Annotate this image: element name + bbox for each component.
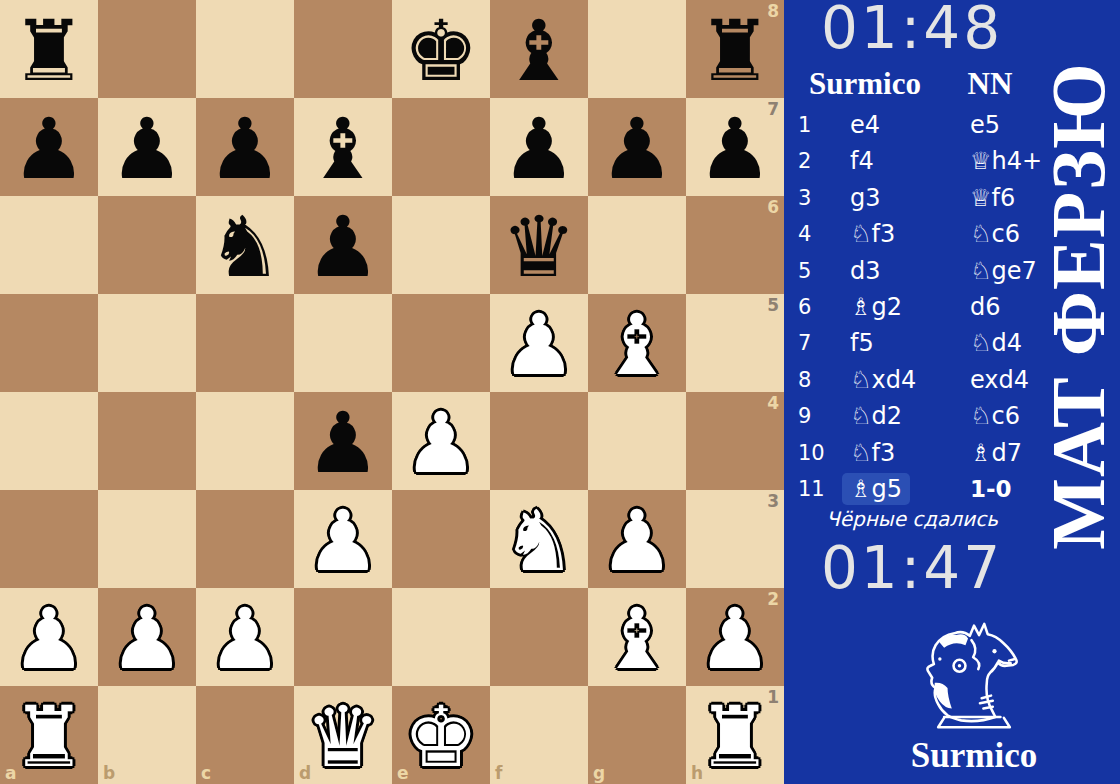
square-e5[interactable]: [392, 294, 490, 392]
square-d2[interactable]: [294, 588, 392, 686]
piece-black-pawn[interactable]: ♟: [294, 196, 392, 294]
move-row-11: 11♗g51-0: [784, 471, 1040, 507]
rank-label-2: 2: [767, 589, 779, 609]
square-g2[interactable]: ♝: [588, 588, 686, 686]
piece-black-pawn[interactable]: ♟: [196, 98, 294, 196]
square-g6[interactable]: [588, 196, 686, 294]
square-f1[interactable]: f: [490, 686, 588, 784]
square-f2[interactable]: [490, 588, 588, 686]
square-b8[interactable]: [98, 0, 196, 98]
square-d7[interactable]: ♝: [294, 98, 392, 196]
piece-white-bishop[interactable]: ♝: [588, 588, 686, 686]
rank-label-3: 3: [767, 491, 779, 511]
file-label-a: a: [5, 763, 16, 783]
square-h8[interactable]: ♜8: [686, 0, 784, 98]
rank-label-5: 5: [767, 295, 779, 315]
square-e6[interactable]: [392, 196, 490, 294]
piece-black-bishop[interactable]: ♝: [294, 98, 392, 196]
piece-black-king[interactable]: ♚: [392, 0, 490, 98]
square-f5[interactable]: ♟: [490, 294, 588, 392]
piece-white-pawn[interactable]: ♟: [294, 490, 392, 588]
white-move-10[interactable]: ♘f3: [850, 435, 895, 471]
move-row-8: 8♘xd4exd4: [784, 362, 1040, 398]
square-h4[interactable]: 4: [686, 392, 784, 490]
white-move-4[interactable]: ♘f3: [850, 216, 895, 252]
square-b7[interactable]: ♟: [98, 98, 196, 196]
square-d4[interactable]: ♟: [294, 392, 392, 490]
rank-label-1: 1: [767, 687, 779, 707]
move-row-4: 4♘f3♘c6: [784, 216, 1040, 252]
square-a7[interactable]: ♟: [0, 98, 98, 196]
piece-black-pawn[interactable]: ♟: [294, 392, 392, 490]
black-move-4[interactable]: ♘c6: [970, 216, 1020, 252]
square-g7[interactable]: ♟: [588, 98, 686, 196]
square-f3[interactable]: ♞: [490, 490, 588, 588]
white-move-7[interactable]: f5: [850, 325, 874, 361]
square-c3[interactable]: [196, 490, 294, 588]
square-h3[interactable]: 3: [686, 490, 784, 588]
square-d3[interactable]: ♟: [294, 490, 392, 588]
square-h1[interactable]: ♜1h: [686, 686, 784, 784]
square-c4[interactable]: [196, 392, 294, 490]
square-c7[interactable]: ♟: [196, 98, 294, 196]
piece-white-knight[interactable]: ♞: [490, 490, 588, 588]
piece-black-pawn[interactable]: ♟: [490, 98, 588, 196]
square-b5[interactable]: [98, 294, 196, 392]
surmico-logo: [910, 614, 1038, 738]
black-move-7[interactable]: ♘d4: [970, 325, 1022, 361]
piece-white-pawn[interactable]: ♟: [392, 392, 490, 490]
white-move-3[interactable]: g3: [850, 180, 881, 216]
move-number: 4: [798, 216, 811, 252]
piece-white-bishop[interactable]: ♝: [588, 294, 686, 392]
square-e8[interactable]: ♚: [392, 0, 490, 98]
logo-caption: Surmico: [888, 736, 1060, 776]
square-g1[interactable]: g: [588, 686, 686, 784]
square-f4[interactable]: [490, 392, 588, 490]
square-h5[interactable]: 5: [686, 294, 784, 392]
square-f8[interactable]: ♝: [490, 0, 588, 98]
move-number: 9: [798, 398, 811, 434]
square-g3[interactable]: ♟: [588, 490, 686, 588]
black-move-3[interactable]: ♕f6: [970, 180, 1015, 216]
square-a4[interactable]: [0, 392, 98, 490]
move-number: 5: [798, 253, 811, 289]
move-row-10: 10♘f3♗d7: [784, 435, 1040, 471]
rank-label-6: 6: [767, 197, 779, 217]
clock-bottom: 01:47: [784, 534, 1040, 602]
square-b2[interactable]: ♟: [98, 588, 196, 686]
piece-black-bishop[interactable]: ♝: [490, 0, 588, 98]
square-h2[interactable]: ♟2: [686, 588, 784, 686]
square-c8[interactable]: [196, 0, 294, 98]
square-b3[interactable]: [98, 490, 196, 588]
file-label-h: h: [691, 763, 703, 783]
square-d5[interactable]: [294, 294, 392, 392]
file-label-g: g: [593, 763, 605, 783]
move-row-9: 9♘d2♘c6: [784, 398, 1040, 434]
square-c1[interactable]: c: [196, 686, 294, 784]
black-move-10[interactable]: ♗d7: [970, 435, 1022, 471]
move-list: 1e4e52f4♕h4+3g3♕f64♘f3♘c65d3♘ge76♗g2d67f…: [784, 107, 1040, 507]
square-b4[interactable]: [98, 392, 196, 490]
side-panel: 01:48 Surmico NN 1e4e52f4♕h4+3g3♕f64♘f3♘…: [784, 0, 1120, 784]
move-row-2: 2f4♕h4+: [784, 143, 1040, 179]
square-a1[interactable]: ♜a: [0, 686, 98, 784]
piece-white-pawn[interactable]: ♟: [196, 588, 294, 686]
file-label-c: c: [201, 763, 211, 783]
square-d6[interactable]: ♟: [294, 196, 392, 294]
white-move-8[interactable]: ♘xd4: [850, 362, 916, 398]
rank-label-8: 8: [767, 1, 779, 21]
move-number: 7: [798, 325, 811, 361]
move-number: 8: [798, 362, 811, 398]
move-number: 6: [798, 289, 811, 325]
square-e4[interactable]: ♟: [392, 392, 490, 490]
move-number: 3: [798, 180, 811, 216]
square-f7[interactable]: ♟: [490, 98, 588, 196]
black-move-5[interactable]: ♘ge7: [970, 253, 1037, 289]
square-e3[interactable]: [392, 490, 490, 588]
piece-black-rook[interactable]: ♜: [0, 0, 98, 98]
clock-top: 01:48: [784, 0, 1040, 62]
move-row-3: 3g3♕f6: [784, 180, 1040, 216]
black-move-9[interactable]: ♘c6: [970, 398, 1020, 434]
white-player-name: Surmico: [784, 66, 946, 102]
square-b1[interactable]: b: [98, 686, 196, 784]
move-row-5: 5d3♘ge7: [784, 253, 1040, 289]
black-player-name: NN: [940, 66, 1040, 102]
square-a2[interactable]: ♟: [0, 588, 98, 686]
piece-black-pawn[interactable]: ♟: [98, 98, 196, 196]
black-move-2[interactable]: ♕h4+: [970, 143, 1042, 179]
square-c6[interactable]: ♞: [196, 196, 294, 294]
move-row-6: 6♗g2d6: [784, 289, 1040, 325]
move-number: 2: [798, 143, 811, 179]
square-a6[interactable]: [0, 196, 98, 294]
square-d1[interactable]: ♛d: [294, 686, 392, 784]
square-g4[interactable]: [588, 392, 686, 490]
square-a8[interactable]: ♜: [0, 0, 98, 98]
chess-board: ♜♚♝♜8♟♟♟♝♟♟♟7♞♟♛6♟♝5♟♟4♟♞♟3♟♟♟♝♟2♜abc♛d♚…: [0, 0, 784, 784]
rank-label-4: 4: [767, 393, 779, 413]
player-names: Surmico NN: [784, 66, 1040, 106]
move-number: 11: [798, 471, 825, 507]
white-move-9[interactable]: ♘d2: [850, 398, 902, 434]
white-move-2[interactable]: f4: [850, 143, 874, 179]
piece-white-pawn[interactable]: ♟: [98, 588, 196, 686]
banner-text: МАТ ФЕРЗЮ: [1036, 0, 1120, 612]
move-row-1: 1e4e5: [784, 107, 1040, 143]
white-move-5[interactable]: d3: [850, 253, 881, 289]
move-row-7: 7f5♘d4: [784, 325, 1040, 361]
square-a5[interactable]: [0, 294, 98, 392]
piece-white-pawn[interactable]: ♟: [490, 294, 588, 392]
square-b6[interactable]: [98, 196, 196, 294]
white-move-1[interactable]: e4: [850, 107, 880, 143]
file-label-f: f: [495, 763, 502, 783]
square-a3[interactable]: [0, 490, 98, 588]
white-move-11[interactable]: ♗g5: [842, 473, 910, 505]
black-move-1[interactable]: e5: [970, 107, 1000, 143]
square-e2[interactable]: [392, 588, 490, 686]
file-label-e: e: [397, 763, 409, 783]
square-d8[interactable]: [294, 0, 392, 98]
file-label-b: b: [103, 763, 115, 783]
square-h6[interactable]: 6: [686, 196, 784, 294]
piece-black-knight[interactable]: ♞: [196, 196, 294, 294]
move-number: 1: [798, 107, 811, 143]
black-move-6[interactable]: d6: [970, 289, 1001, 325]
game-screen: ♜♚♝♜8♟♟♟♝♟♟♟7♞♟♛6♟♝5♟♟4♟♞♟3♟♟♟♝♟2♜abc♛d♚…: [0, 0, 1120, 784]
game-result[interactable]: 1-0: [970, 471, 1012, 507]
black-move-8[interactable]: exd4: [970, 362, 1029, 398]
square-e1[interactable]: ♚e: [392, 686, 490, 784]
file-label-d: d: [299, 763, 311, 783]
piece-black-pawn[interactable]: ♟: [0, 98, 98, 196]
square-h7[interactable]: ♟7: [686, 98, 784, 196]
piece-black-queen[interactable]: ♛: [490, 196, 588, 294]
piece-black-pawn[interactable]: ♟: [588, 98, 686, 196]
square-c2[interactable]: ♟: [196, 588, 294, 686]
white-move-6[interactable]: ♗g2: [850, 289, 902, 325]
game-status-text: Чёрные сдались: [784, 507, 1040, 531]
square-f6[interactable]: ♛: [490, 196, 588, 294]
square-g5[interactable]: ♝: [588, 294, 686, 392]
move-number: 10: [798, 435, 825, 471]
square-e7[interactable]: [392, 98, 490, 196]
piece-white-pawn[interactable]: ♟: [0, 588, 98, 686]
piece-white-pawn[interactable]: ♟: [588, 490, 686, 588]
rank-label-7: 7: [767, 99, 779, 119]
square-g8[interactable]: [588, 0, 686, 98]
square-c5[interactable]: [196, 294, 294, 392]
